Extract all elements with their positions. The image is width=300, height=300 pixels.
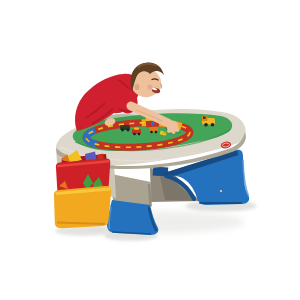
adjuster-button	[220, 190, 223, 193]
storage-bins	[54, 150, 111, 228]
boy-ear	[135, 84, 140, 90]
scene-illustration	[0, 0, 300, 300]
product-photo: A young boy with short brown hair, weari…	[0, 0, 300, 300]
boy-blush	[147, 84, 152, 89]
